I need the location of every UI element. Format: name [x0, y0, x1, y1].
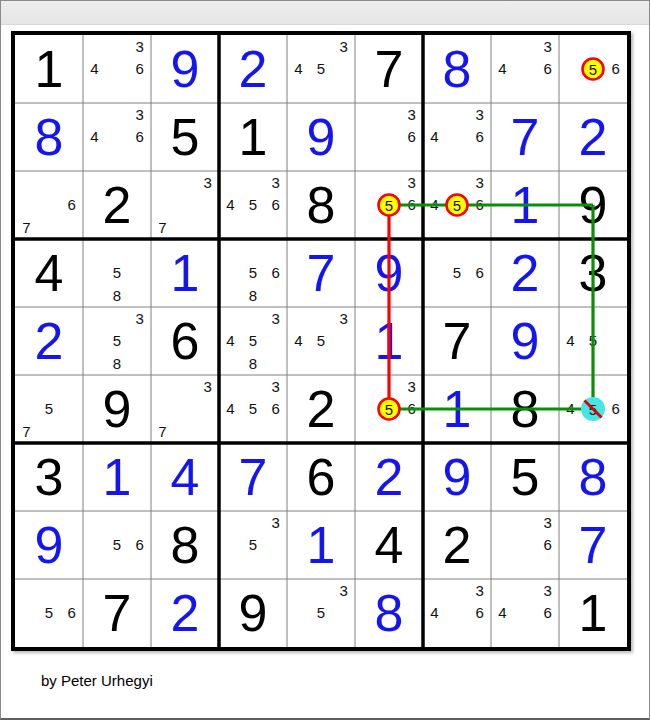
candidate-empty	[378, 126, 401, 149]
candidate-empty	[559, 375, 582, 398]
cell-r9c6[interactable]: 8	[355, 579, 423, 647]
cell-r1c3[interactable]: 9	[151, 35, 219, 103]
given-digit: 8	[151, 511, 219, 579]
candidate-empty	[151, 194, 174, 217]
cell-r1c7[interactable]: 8	[423, 35, 491, 103]
candidate-6: 6	[128, 58, 151, 81]
cell-r6c2[interactable]: 9	[83, 375, 151, 443]
solved-digit: 2	[151, 579, 219, 647]
candidate-empty	[514, 58, 537, 81]
candidate-empty	[514, 602, 537, 625]
candidate-3: 3	[332, 307, 355, 330]
cell-r4c7[interactable]: 56	[423, 239, 491, 307]
cell-r5c2[interactable]: 358	[83, 307, 151, 375]
candidate-empty	[514, 624, 537, 647]
candidate-3: 3	[264, 171, 287, 194]
cell-r9c7[interactable]: 346	[423, 579, 491, 647]
candidate-empty	[196, 194, 219, 217]
cell-r2c3[interactable]: 5	[151, 103, 219, 171]
cell-r2c8[interactable]: 7	[491, 103, 559, 171]
cell-r1c5[interactable]: 345	[287, 35, 355, 103]
candidate-empty	[60, 171, 83, 194]
cell-r3c6[interactable]: 356	[355, 171, 423, 239]
candidate-empty	[332, 58, 355, 81]
solved-digit: 7	[287, 239, 355, 307]
cell-r3c1[interactable]: 67	[15, 171, 83, 239]
solved-digit: 1	[423, 375, 491, 443]
candidate-3: 3	[468, 579, 491, 602]
candidate-empty	[151, 398, 174, 421]
candidate-empty	[264, 216, 287, 239]
candidate-empty	[264, 352, 287, 375]
candidate-empty	[128, 330, 151, 353]
cell-r8c1[interactable]: 9	[15, 511, 83, 579]
candidate-empty	[423, 216, 446, 239]
candidate-grid: 346	[491, 579, 559, 647]
candidate-6: 6	[536, 602, 559, 625]
candidate-empty	[264, 284, 287, 307]
cell-r9c3[interactable]: 2	[151, 579, 219, 647]
cell-r9c9[interactable]: 1	[559, 579, 627, 647]
candidate-6: 6	[128, 534, 151, 557]
cell-r4c3[interactable]: 1	[151, 239, 219, 307]
candidate-empty	[60, 624, 83, 647]
cell-r8c6[interactable]: 4	[355, 511, 423, 579]
candidate-empty	[604, 352, 627, 375]
candidate-6: 6	[264, 194, 287, 217]
candidate-5: 5	[242, 262, 265, 285]
cell-r1c6[interactable]: 7	[355, 35, 423, 103]
cell-r5c9[interactable]: 45	[559, 307, 627, 375]
candidate-empty	[332, 602, 355, 625]
candidate-empty	[196, 216, 219, 239]
candidate-empty	[219, 307, 242, 330]
candidate-empty	[355, 398, 378, 421]
candidate-4: 4	[83, 126, 106, 149]
candidate-empty	[38, 579, 61, 602]
candidate-empty	[128, 556, 151, 579]
solved-digit: 1	[355, 307, 423, 375]
candidate-4: 4	[219, 330, 242, 353]
candidate-grid: 35	[219, 511, 287, 579]
given-digit: 8	[287, 171, 355, 239]
candidate-3: 3	[264, 375, 287, 398]
cell-r8c3[interactable]: 8	[151, 511, 219, 579]
candidate-empty	[446, 216, 469, 239]
candidate-empty	[219, 262, 242, 285]
candidate-empty	[128, 284, 151, 307]
cell-r9c1[interactable]: 56	[15, 579, 83, 647]
cell-r8c9[interactable]: 7	[559, 511, 627, 579]
candidate-6: 6	[264, 398, 287, 421]
cell-r6c7[interactable]: 1	[423, 375, 491, 443]
cell-r2c2[interactable]: 346	[83, 103, 151, 171]
candidate-empty	[491, 534, 514, 557]
cell-r4c8[interactable]: 2	[491, 239, 559, 307]
candidate-4: 4	[423, 194, 446, 217]
solved-digit: 8	[355, 579, 423, 647]
candidate-5: 5	[378, 194, 401, 217]
candidate-empty	[468, 284, 491, 307]
candidate-3: 3	[128, 307, 151, 330]
candidate-empty	[355, 171, 378, 194]
candidate-6: 6	[128, 126, 151, 149]
cell-r5c7[interactable]: 7	[423, 307, 491, 375]
sudoku-board: 1346923457834656834651936346726723734568…	[11, 31, 631, 651]
solved-digit: 2	[219, 35, 287, 103]
candidate-empty	[38, 420, 61, 443]
candidate-grid: 57	[15, 375, 83, 443]
candidate-grid: 3458	[219, 307, 287, 375]
cell-r2c1[interactable]: 8	[15, 103, 83, 171]
cell-r3c4[interactable]: 3456	[219, 171, 287, 239]
given-digit: 1	[15, 35, 83, 103]
candidate-empty	[378, 375, 401, 398]
candidate-grid: 345	[287, 307, 355, 375]
candidate-empty	[378, 420, 401, 443]
candidate-empty	[287, 307, 310, 330]
candidate-empty	[60, 398, 83, 421]
given-digit: 2	[423, 511, 491, 579]
candidate-grid: 36	[355, 103, 423, 171]
candidate-empty	[559, 352, 582, 375]
candidate-empty	[106, 307, 129, 330]
given-digit: 4	[355, 511, 423, 579]
cell-r8c7[interactable]: 2	[423, 511, 491, 579]
candidate-5: 5	[106, 330, 129, 353]
candidate-3: 3	[332, 35, 355, 58]
solved-digit: 9	[355, 239, 423, 307]
candidate-empty	[83, 284, 106, 307]
candidate-5: 5	[446, 262, 469, 285]
given-digit: 1	[559, 579, 627, 647]
cell-r8c4[interactable]: 35	[219, 511, 287, 579]
cell-r1c9[interactable]: 56	[559, 35, 627, 103]
candidate-empty	[60, 375, 83, 398]
candidate-grid: 456	[559, 375, 627, 443]
candidate-empty	[174, 420, 197, 443]
cell-r3c7[interactable]: 3456	[423, 171, 491, 239]
candidate-6: 6	[400, 398, 423, 421]
candidate-3: 3	[468, 103, 491, 126]
candidate-grid: 37	[151, 171, 219, 239]
cell-grid: 1346923457834656834651936346726723734568…	[15, 35, 627, 647]
candidate-empty	[582, 420, 605, 443]
candidate-empty	[264, 239, 287, 262]
cell-r7c8[interactable]: 5	[491, 443, 559, 511]
candidate-grid: 45	[559, 307, 627, 375]
cell-r3c2[interactable]: 2	[83, 171, 151, 239]
candidate-grid: 346	[423, 579, 491, 647]
candidate-6: 6	[264, 262, 287, 285]
candidate-empty	[310, 35, 333, 58]
candidate-5: 5	[310, 58, 333, 81]
candidate-8: 8	[242, 352, 265, 375]
cell-r1c8[interactable]: 346	[491, 35, 559, 103]
candidate-empty	[128, 262, 151, 285]
cell-r5c1[interactable]: 2	[15, 307, 83, 375]
candidate-empty	[332, 352, 355, 375]
candidate-empty	[83, 239, 106, 262]
cell-r9c5[interactable]: 35	[287, 579, 355, 647]
candidate-empty	[196, 398, 219, 421]
candidate-grid: 346	[83, 103, 151, 171]
candidate-8: 8	[106, 352, 129, 375]
candidate-empty	[287, 624, 310, 647]
candidate-empty	[15, 602, 38, 625]
cell-r4c5[interactable]: 7	[287, 239, 355, 307]
candidate-empty	[128, 239, 151, 262]
candidate-empty	[604, 375, 627, 398]
candidate-empty	[604, 420, 627, 443]
candidate-5: 5	[106, 534, 129, 557]
candidate-empty	[15, 375, 38, 398]
candidate-empty	[242, 307, 265, 330]
given-digit: 7	[423, 307, 491, 375]
given-digit: 7	[83, 579, 151, 647]
cell-r8c5[interactable]: 1	[287, 511, 355, 579]
candidate-empty	[378, 171, 401, 194]
cell-r1c4[interactable]: 2	[219, 35, 287, 103]
candidate-empty	[468, 148, 491, 171]
candidate-empty	[491, 511, 514, 534]
cell-r2c7[interactable]: 346	[423, 103, 491, 171]
candidate-empty	[219, 239, 242, 262]
candidate-4: 4	[219, 194, 242, 217]
candidate-empty	[559, 35, 582, 58]
candidate-grid: 346	[83, 35, 151, 103]
cell-r1c1[interactable]: 1	[15, 35, 83, 103]
candidate-empty	[219, 534, 242, 557]
cell-r6c4[interactable]: 3456	[219, 375, 287, 443]
cell-r4c6[interactable]: 9	[355, 239, 423, 307]
candidate-empty	[219, 420, 242, 443]
given-digit: 6	[151, 307, 219, 375]
candidate-empty	[38, 171, 61, 194]
cell-r4c2[interactable]: 58	[83, 239, 151, 307]
candidate-empty	[219, 216, 242, 239]
candidate-grid: 3456	[219, 375, 287, 443]
candidate-empty	[491, 35, 514, 58]
candidate-empty	[242, 171, 265, 194]
candidate-empty	[60, 420, 83, 443]
candidate-empty	[446, 239, 469, 262]
candidate-empty	[446, 103, 469, 126]
candidate-empty	[446, 579, 469, 602]
candidate-5: 5	[242, 398, 265, 421]
candidate-empty	[491, 556, 514, 579]
candidate-empty	[287, 80, 310, 103]
candidate-empty	[355, 216, 378, 239]
cell-r5c5[interactable]: 345	[287, 307, 355, 375]
candidate-empty	[378, 103, 401, 126]
cell-r2c9[interactable]: 2	[559, 103, 627, 171]
candidate-empty	[242, 375, 265, 398]
candidate-6: 6	[468, 262, 491, 285]
candidate-empty	[310, 80, 333, 103]
candidate-empty	[355, 375, 378, 398]
candidate-grid: 345	[287, 35, 355, 103]
candidate-4: 4	[491, 602, 514, 625]
candidate-5: 5	[242, 534, 265, 557]
candidate-4: 4	[219, 398, 242, 421]
cell-r3c3[interactable]: 37	[151, 171, 219, 239]
given-digit: 9	[83, 375, 151, 443]
candidate-empty	[604, 35, 627, 58]
candidate-empty	[514, 35, 537, 58]
candidate-3: 3	[332, 579, 355, 602]
candidate-empty	[83, 103, 106, 126]
cell-r7c1[interactable]: 3	[15, 443, 83, 511]
cell-r6c8[interactable]: 8	[491, 375, 559, 443]
cell-r5c8[interactable]: 9	[491, 307, 559, 375]
cell-r3c8[interactable]: 1	[491, 171, 559, 239]
cell-r3c9[interactable]: 9	[559, 171, 627, 239]
candidate-empty	[242, 420, 265, 443]
cell-r6c5[interactable]: 2	[287, 375, 355, 443]
cell-r7c3[interactable]: 4	[151, 443, 219, 511]
candidate-empty	[378, 148, 401, 171]
candidate-empty	[310, 352, 333, 375]
candidate-empty	[15, 194, 38, 217]
solved-digit: 1	[491, 171, 559, 239]
cell-r9c4[interactable]: 9	[219, 579, 287, 647]
cell-r7c6[interactable]: 2	[355, 443, 423, 511]
cell-r8c2[interactable]: 56	[83, 511, 151, 579]
candidate-empty	[446, 284, 469, 307]
candidate-empty	[128, 80, 151, 103]
cell-r7c4[interactable]: 7	[219, 443, 287, 511]
candidate-empty	[355, 148, 378, 171]
candidate-grid: 56	[423, 239, 491, 307]
candidate-empty	[83, 35, 106, 58]
candidate-empty	[219, 511, 242, 534]
candidate-empty	[468, 624, 491, 647]
cell-r7c9[interactable]: 8	[559, 443, 627, 511]
candidate-grid: 67	[15, 171, 83, 239]
candidate-empty	[38, 216, 61, 239]
candidate-empty	[332, 330, 355, 353]
candidate-3: 3	[196, 375, 219, 398]
candidate-empty	[468, 216, 491, 239]
cell-r5c3[interactable]: 6	[151, 307, 219, 375]
cell-r5c4[interactable]: 3458	[219, 307, 287, 375]
candidate-empty	[219, 556, 242, 579]
candidate-empty	[446, 126, 469, 149]
cell-r9c8[interactable]: 346	[491, 579, 559, 647]
candidate-5: 5	[106, 262, 129, 285]
given-digit: 8	[491, 375, 559, 443]
candidate-empty	[38, 375, 61, 398]
candidate-empty	[174, 375, 197, 398]
cell-r6c1[interactable]: 57	[15, 375, 83, 443]
candidate-empty	[446, 602, 469, 625]
candidate-empty	[514, 579, 537, 602]
cell-r6c3[interactable]: 37	[151, 375, 219, 443]
cell-r6c6[interactable]: 356	[355, 375, 423, 443]
candidate-empty	[83, 352, 106, 375]
candidate-empty	[468, 239, 491, 262]
candidate-empty	[582, 80, 605, 103]
candidate-empty	[491, 579, 514, 602]
candidate-5: 5	[310, 602, 333, 625]
candidate-5: 5	[446, 194, 469, 217]
cell-r1c2[interactable]: 346	[83, 35, 151, 103]
candidate-grid: 35	[287, 579, 355, 647]
candidate-5: 5	[310, 330, 333, 353]
cell-r4c4[interactable]: 568	[219, 239, 287, 307]
candidate-empty	[174, 398, 197, 421]
solved-digit: 8	[423, 35, 491, 103]
cell-r7c5[interactable]: 6	[287, 443, 355, 511]
candidate-empty	[15, 171, 38, 194]
candidate-7: 7	[151, 420, 174, 443]
solved-digit: 2	[491, 239, 559, 307]
candidate-empty	[106, 239, 129, 262]
candidate-empty	[582, 375, 605, 398]
cell-r5c6[interactable]: 1	[355, 307, 423, 375]
cell-r9c2[interactable]: 7	[83, 579, 151, 647]
cell-r2c6[interactable]: 36	[355, 103, 423, 171]
cell-r7c7[interactable]: 9	[423, 443, 491, 511]
candidate-6: 6	[468, 126, 491, 149]
candidate-grid: 346	[491, 35, 559, 103]
candidate-empty	[423, 103, 446, 126]
candidate-empty	[174, 171, 197, 194]
candidate-4: 4	[423, 602, 446, 625]
solved-digit: 9	[151, 35, 219, 103]
candidate-6: 6	[604, 58, 627, 81]
cell-r6c9[interactable]: 456	[559, 375, 627, 443]
candidate-6: 6	[604, 398, 627, 421]
candidate-grid: 58	[83, 239, 151, 307]
candidate-empty	[219, 375, 242, 398]
solved-digit: 2	[15, 307, 83, 375]
cell-r3c5[interactable]: 8	[287, 171, 355, 239]
candidate-empty	[355, 126, 378, 149]
candidate-4: 4	[559, 330, 582, 353]
candidate-empty	[83, 556, 106, 579]
cell-r2c5[interactable]: 9	[287, 103, 355, 171]
candidate-empty	[400, 148, 423, 171]
cell-r7c2[interactable]: 1	[83, 443, 151, 511]
cell-r8c8[interactable]: 36	[491, 511, 559, 579]
candidate-7: 7	[151, 216, 174, 239]
candidate-4: 4	[491, 58, 514, 81]
cell-r4c1[interactable]: 4	[15, 239, 83, 307]
candidate-empty	[536, 80, 559, 103]
candidate-3: 3	[128, 35, 151, 58]
candidate-4: 4	[423, 126, 446, 149]
candidate-3: 3	[196, 171, 219, 194]
cell-r4c9[interactable]: 3	[559, 239, 627, 307]
candidate-empty	[83, 511, 106, 534]
candidate-empty	[310, 579, 333, 602]
candidate-grid: 56	[15, 579, 83, 647]
candidate-grid: 568	[219, 239, 287, 307]
given-digit: 3	[559, 239, 627, 307]
candidate-empty	[15, 624, 38, 647]
given-digit: 7	[355, 35, 423, 103]
candidate-empty	[604, 330, 627, 353]
candidate-empty	[536, 556, 559, 579]
candidate-empty	[423, 262, 446, 285]
candidate-empty	[38, 624, 61, 647]
candidate-grid: 37	[151, 375, 219, 443]
cell-r2c4[interactable]: 1	[219, 103, 287, 171]
candidate-3: 3	[536, 35, 559, 58]
candidate-empty	[604, 80, 627, 103]
